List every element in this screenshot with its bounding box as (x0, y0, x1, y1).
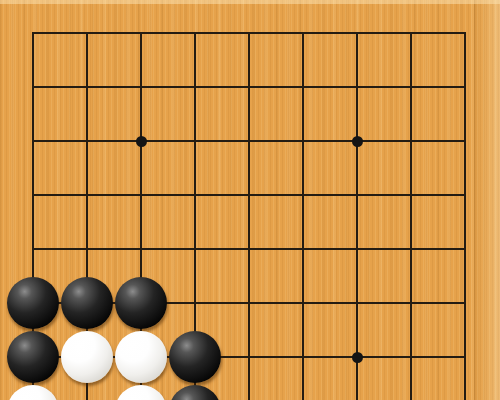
black-stone (7, 277, 59, 329)
white-stone (115, 385, 167, 400)
board-point-H3[interactable] (384, 330, 438, 384)
board-point-A9[interactable] (6, 6, 60, 60)
white-stone (115, 331, 167, 383)
board-point-D8[interactable] (168, 60, 222, 114)
board-point-B4[interactable] (60, 276, 114, 330)
board-point-G4[interactable] (330, 276, 384, 330)
board-point-A6[interactable] (6, 168, 60, 222)
board-point-J9[interactable] (438, 6, 492, 60)
board-point-H9[interactable] (384, 6, 438, 60)
board-top-edge-highlight (0, 0, 500, 4)
board-point-H6[interactable] (384, 168, 438, 222)
board-point-F7[interactable] (276, 114, 330, 168)
board-point-G6[interactable] (330, 168, 384, 222)
board-point-J7[interactable] (438, 114, 492, 168)
board-point-G8[interactable] (330, 60, 384, 114)
black-stone (169, 331, 221, 383)
board-point-J4[interactable] (438, 276, 492, 330)
board-point-E9[interactable] (222, 6, 276, 60)
board-point-D2[interactable] (168, 384, 222, 400)
board-point-E3[interactable] (222, 330, 276, 384)
board-point-F3[interactable] (276, 330, 330, 384)
board-point-C2[interactable] (114, 384, 168, 400)
board-point-J3[interactable] (438, 330, 492, 384)
board-point-F5[interactable] (276, 222, 330, 276)
board-point-A7[interactable] (6, 114, 60, 168)
board-point-C7[interactable] (114, 114, 168, 168)
board-point-B9[interactable] (60, 6, 114, 60)
board-point-A3[interactable] (6, 330, 60, 384)
board-point-H5[interactable] (384, 222, 438, 276)
board-point-B5[interactable] (60, 222, 114, 276)
board-point-F6[interactable] (276, 168, 330, 222)
board-point-J6[interactable] (438, 168, 492, 222)
star-point-marker (352, 352, 363, 363)
board-point-A8[interactable] (6, 60, 60, 114)
board-point-C6[interactable] (114, 168, 168, 222)
board-point-D3[interactable] (168, 330, 222, 384)
board-point-J5[interactable] (438, 222, 492, 276)
go-board-grid (6, 6, 492, 400)
go-app-screen (0, 0, 500, 400)
board-point-B2[interactable] (60, 384, 114, 400)
board-point-G2[interactable] (330, 384, 384, 400)
board-point-G7[interactable] (330, 114, 384, 168)
board-point-H8[interactable] (384, 60, 438, 114)
board-point-G9[interactable] (330, 6, 384, 60)
board-point-E8[interactable] (222, 60, 276, 114)
board-point-D9[interactable] (168, 6, 222, 60)
board-point-G5[interactable] (330, 222, 384, 276)
white-stone (61, 331, 113, 383)
star-point-marker (136, 136, 147, 147)
board-point-D4[interactable] (168, 276, 222, 330)
board-point-D7[interactable] (168, 114, 222, 168)
board-point-C9[interactable] (114, 6, 168, 60)
board-point-F2[interactable] (276, 384, 330, 400)
black-stone (169, 385, 221, 400)
star-point-marker (352, 136, 363, 147)
board-point-B3[interactable] (60, 330, 114, 384)
black-stone (115, 277, 167, 329)
board-point-J2[interactable] (438, 384, 492, 400)
black-stone (61, 277, 113, 329)
board-point-D6[interactable] (168, 168, 222, 222)
board-point-F8[interactable] (276, 60, 330, 114)
board-point-B8[interactable] (60, 60, 114, 114)
board-point-C3[interactable] (114, 330, 168, 384)
board-point-C5[interactable] (114, 222, 168, 276)
board-point-H2[interactable] (384, 384, 438, 400)
board-point-C8[interactable] (114, 60, 168, 114)
board-point-E2[interactable] (222, 384, 276, 400)
board-point-J8[interactable] (438, 60, 492, 114)
board-point-A2[interactable] (6, 384, 60, 400)
white-stone (7, 385, 59, 400)
board-point-H4[interactable] (384, 276, 438, 330)
board-point-E6[interactable] (222, 168, 276, 222)
board-point-C4[interactable] (114, 276, 168, 330)
board-point-E4[interactable] (222, 276, 276, 330)
board-point-B7[interactable] (60, 114, 114, 168)
board-point-A5[interactable] (6, 222, 60, 276)
board-point-E5[interactable] (222, 222, 276, 276)
board-point-D5[interactable] (168, 222, 222, 276)
board-point-E7[interactable] (222, 114, 276, 168)
board-point-F4[interactable] (276, 276, 330, 330)
board-point-F9[interactable] (276, 6, 330, 60)
board-point-H7[interactable] (384, 114, 438, 168)
board-point-B6[interactable] (60, 168, 114, 222)
board-point-A4[interactable] (6, 276, 60, 330)
board-point-G3[interactable] (330, 330, 384, 384)
black-stone (7, 331, 59, 383)
